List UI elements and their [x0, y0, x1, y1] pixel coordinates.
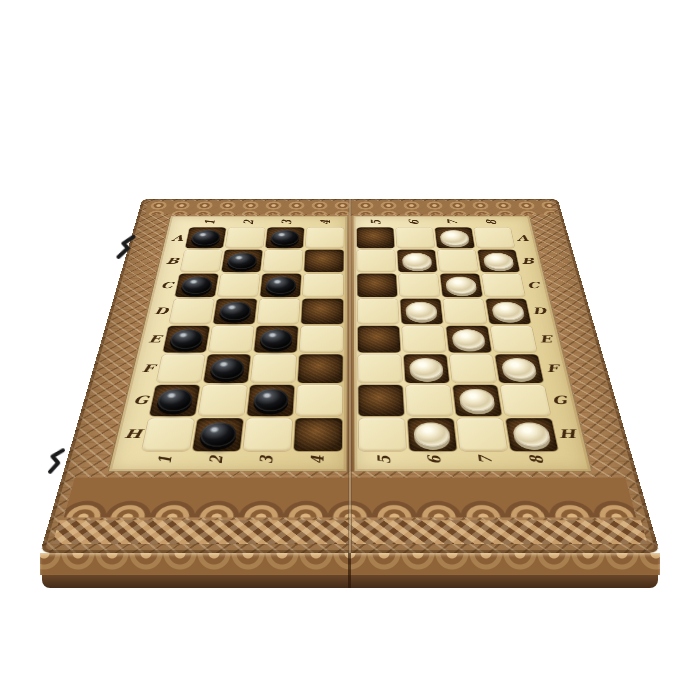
square-F6[interactable] — [403, 354, 449, 383]
col-label-7: 7 — [458, 452, 511, 469]
square-B5[interactable] — [357, 250, 396, 272]
black-piece-C1[interactable] — [180, 277, 213, 294]
square-C1[interactable] — [175, 274, 219, 297]
col-label-5: 5 — [356, 218, 395, 228]
col-label-6: 6 — [408, 452, 460, 469]
square-C5[interactable] — [357, 274, 397, 297]
column-labels-bottom-left: 1234 — [137, 452, 342, 469]
square-A8[interactable] — [474, 228, 515, 249]
square-D3[interactable] — [257, 299, 300, 324]
black-piece-A1[interactable] — [190, 230, 221, 245]
square-A5[interactable] — [357, 228, 395, 249]
square-G5[interactable] — [358, 385, 404, 416]
square-C3[interactable] — [260, 274, 301, 297]
column-labels-bottom-right: 5678 — [358, 452, 563, 469]
row-label-C: C — [521, 273, 546, 298]
black-piece-D2[interactable] — [219, 302, 253, 320]
square-F2[interactable] — [204, 354, 251, 383]
square-G3[interactable] — [247, 385, 294, 416]
square-H3[interactable] — [243, 418, 292, 451]
col-label-3: 3 — [240, 452, 292, 469]
square-A1[interactable] — [185, 228, 226, 249]
square-E2[interactable] — [209, 326, 254, 353]
white-piece-G7[interactable] — [458, 389, 495, 412]
white-piece-H6[interactable] — [413, 422, 451, 446]
col-label-7: 7 — [432, 218, 472, 228]
black-piece-A3[interactable] — [270, 230, 300, 245]
latch-hook-top[interactable] — [114, 233, 139, 262]
square-B1[interactable] — [180, 250, 222, 272]
square-G8[interactable] — [500, 385, 551, 416]
black-piece-F2[interactable] — [209, 358, 245, 379]
square-B6[interactable] — [397, 250, 437, 272]
square-H6[interactable] — [407, 418, 456, 451]
col-label-4: 4 — [291, 452, 342, 469]
square-G4[interactable] — [296, 385, 342, 416]
square-D1[interactable] — [169, 299, 214, 324]
square-F5[interactable] — [358, 354, 402, 383]
row-label-B: B — [516, 249, 540, 273]
col-label-2: 2 — [188, 452, 241, 469]
square-D5[interactable] — [357, 299, 398, 324]
square-A7[interactable] — [435, 228, 475, 249]
square-H2[interactable] — [193, 418, 244, 451]
square-E6[interactable] — [402, 326, 446, 353]
square-E5[interactable] — [357, 326, 400, 353]
col-label-8: 8 — [471, 218, 511, 228]
white-piece-E7[interactable] — [451, 329, 486, 349]
square-A6[interactable] — [396, 228, 435, 249]
black-piece-H2[interactable] — [199, 422, 238, 446]
col-label-5: 5 — [358, 452, 409, 469]
square-B8[interactable] — [478, 250, 520, 272]
square-H5[interactable] — [358, 418, 405, 451]
square-A3[interactable] — [266, 228, 305, 249]
square-H4[interactable] — [294, 418, 341, 451]
fold-seam — [348, 199, 352, 553]
square-B7[interactable] — [437, 250, 478, 272]
square-C4[interactable] — [303, 274, 343, 297]
column-labels-top-left: 1234 — [189, 218, 344, 228]
black-piece-C3[interactable] — [265, 277, 296, 294]
square-H7[interactable] — [456, 418, 507, 451]
column-labels-top-right: 5678 — [356, 218, 511, 228]
col-label-6: 6 — [394, 218, 433, 228]
col-label-1: 1 — [137, 452, 191, 469]
square-F1[interactable] — [156, 354, 205, 383]
square-D7[interactable] — [443, 299, 487, 324]
square-C7[interactable] — [440, 274, 482, 297]
fold-seam-front — [348, 553, 351, 588]
black-piece-G1[interactable] — [156, 389, 195, 412]
col-label-3: 3 — [267, 218, 306, 228]
black-piece-B2[interactable] — [227, 253, 258, 269]
square-E7[interactable] — [446, 326, 491, 353]
square-A4[interactable] — [306, 228, 344, 249]
row-label-D: D — [526, 298, 552, 325]
square-C2[interactable] — [218, 274, 260, 297]
square-B2[interactable] — [222, 250, 263, 272]
square-G6[interactable] — [405, 385, 452, 416]
square-B4[interactable] — [305, 250, 344, 272]
black-piece-G3[interactable] — [253, 389, 289, 412]
white-piece-A7[interactable] — [439, 230, 469, 245]
row-label-A: A — [511, 227, 534, 249]
square-D2[interactable] — [213, 299, 257, 324]
square-H8[interactable] — [506, 418, 559, 451]
white-piece-D6[interactable] — [405, 302, 438, 320]
square-H1[interactable] — [142, 418, 195, 451]
white-piece-B6[interactable] — [402, 253, 432, 269]
col-label-1: 1 — [189, 218, 229, 228]
white-piece-F8[interactable] — [501, 358, 538, 379]
white-piece-F6[interactable] — [409, 358, 444, 379]
board-left-half: 1234 ABCDEFGH 1234 — [108, 216, 348, 472]
square-G1[interactable] — [149, 385, 200, 416]
square-E3[interactable] — [254, 326, 298, 353]
square-E1[interactable] — [163, 326, 210, 353]
col-label-8: 8 — [509, 452, 563, 469]
col-label-4: 4 — [305, 218, 344, 228]
board-photo-scene: 1234 ABCDEFGH 1234 5678 ABCDEFGH 5678 — [0, 0, 700, 700]
col-label-2: 2 — [228, 218, 268, 228]
square-E8[interactable] — [490, 326, 537, 353]
white-piece-C7[interactable] — [445, 277, 477, 294]
square-C8[interactable] — [482, 274, 526, 297]
square-G2[interactable] — [198, 385, 247, 416]
square-F3[interactable] — [251, 354, 297, 383]
square-B3[interactable] — [263, 250, 303, 272]
square-C6[interactable] — [399, 274, 440, 297]
square-D4[interactable] — [302, 299, 343, 324]
square-F4[interactable] — [298, 354, 342, 383]
white-piece-H8[interactable] — [512, 422, 552, 446]
square-D8[interactable] — [486, 299, 531, 324]
white-piece-B8[interactable] — [482, 253, 514, 269]
white-piece-D8[interactable] — [491, 302, 525, 320]
square-A2[interactable] — [226, 228, 266, 249]
square-F8[interactable] — [495, 354, 544, 383]
board-right-half: 5678 ABCDEFGH 5678 — [352, 216, 592, 472]
black-piece-E1[interactable] — [169, 329, 205, 349]
square-E4[interactable] — [300, 326, 343, 353]
latch-hook-bottom[interactable] — [45, 447, 70, 475]
square-D6[interactable] — [400, 299, 443, 324]
square-F7[interactable] — [449, 354, 496, 383]
square-G7[interactable] — [453, 385, 502, 416]
black-piece-E3[interactable] — [260, 329, 294, 349]
